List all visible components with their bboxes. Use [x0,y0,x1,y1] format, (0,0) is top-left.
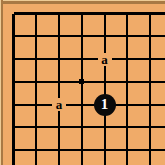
board-point[interactable]: a [93,48,116,71]
board-point[interactable] [48,139,71,162]
board-point[interactable] [93,116,116,139]
board-point[interactable] [161,48,165,71]
board-point[interactable] [25,93,48,116]
board-point[interactable] [48,2,71,25]
board-point[interactable] [116,25,139,48]
board-point[interactable] [25,161,48,165]
board-point[interactable] [48,48,71,71]
board-edge-top [0,1,165,4]
board-point[interactable] [2,2,25,25]
point-label-a: a [52,98,66,111]
board-point[interactable] [116,116,139,139]
stone-number: 1 [101,97,109,112]
black-stone-1: 1 [94,94,116,116]
board-point[interactable] [139,93,162,116]
board-point[interactable] [25,2,48,25]
hoshi-star-point [79,79,84,84]
board-point[interactable] [139,139,162,162]
board-point[interactable] [161,139,165,162]
board-point[interactable] [2,70,25,93]
board-point[interactable] [139,161,162,165]
board-point[interactable] [139,48,162,71]
board-point[interactable] [139,70,162,93]
board-point[interactable] [2,139,25,162]
go-board: aa1 [0,0,165,165]
board-point[interactable] [161,25,165,48]
board-point[interactable] [25,25,48,48]
board-point[interactable] [161,116,165,139]
board-point[interactable] [161,161,165,165]
board-point[interactable] [25,48,48,71]
board-point[interactable] [93,2,116,25]
board-point[interactable] [70,139,93,162]
board-point[interactable] [70,48,93,71]
board-point[interactable] [139,116,162,139]
board-point[interactable] [116,70,139,93]
board-point[interactable] [48,70,71,93]
board-point[interactable] [48,25,71,48]
board-point[interactable] [116,139,139,162]
board-point[interactable] [70,25,93,48]
board-point[interactable] [2,48,25,71]
board-point[interactable] [139,25,162,48]
board-point[interactable] [25,139,48,162]
board-point[interactable] [116,48,139,71]
board-point[interactable] [2,25,25,48]
board-point[interactable] [161,93,165,116]
board-point[interactable] [2,93,25,116]
board-point[interactable] [70,116,93,139]
board-point[interactable] [161,70,165,93]
board-point[interactable] [116,93,139,116]
board-point[interactable] [70,161,93,165]
board-point[interactable] [70,2,93,25]
board-grid: aa1 [2,2,165,165]
board-point[interactable] [25,70,48,93]
board-point[interactable] [2,161,25,165]
board-edge-left [1,0,3,165]
board-point[interactable]: 1 [93,93,116,116]
board-point[interactable] [48,161,71,165]
board-point[interactable] [161,2,165,25]
board-point[interactable]: a [48,93,71,116]
board-point[interactable] [93,139,116,162]
board-point[interactable] [93,25,116,48]
go-diagram: aa1 [0,0,165,165]
board-point[interactable] [139,2,162,25]
board-point[interactable] [70,70,93,93]
board-point[interactable] [116,161,139,165]
board-point[interactable] [70,93,93,116]
board-point[interactable] [93,70,116,93]
board-point[interactable] [116,2,139,25]
board-point[interactable] [25,116,48,139]
point-label-a: a [98,53,112,66]
board-point[interactable] [93,161,116,165]
board-point[interactable] [48,116,71,139]
board-point[interactable] [2,116,25,139]
